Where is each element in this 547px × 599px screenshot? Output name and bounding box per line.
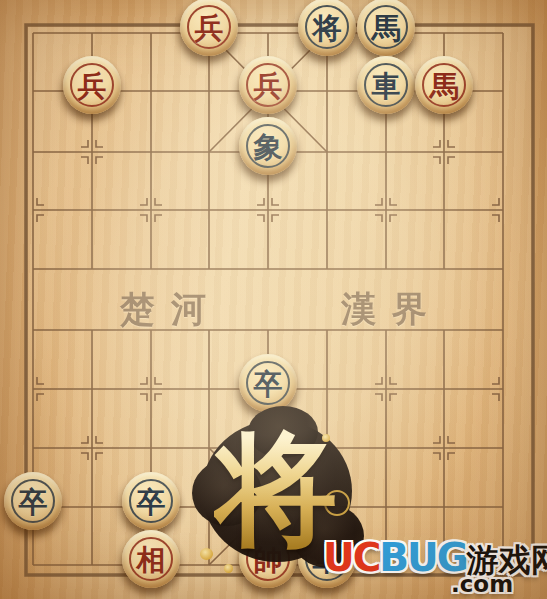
xiangqi-game-screen: 楚河 漢界 兵将馬兵兵車馬象卒卒卒相帥車 将 UCBUG游戏网 .com (0, 0, 547, 599)
piece-red-general[interactable]: 帥 (239, 530, 297, 588)
piece-character: 馬 (430, 72, 459, 101)
piece-character: 卒 (137, 488, 166, 517)
piece-red-soldier[interactable]: 兵 (239, 56, 297, 114)
piece-character: 兵 (254, 72, 283, 101)
piece-character: 車 (372, 72, 401, 101)
piece-character: 卒 (254, 370, 283, 399)
piece-red-horse[interactable]: 馬 (415, 56, 473, 114)
river-label-right: 漢界 (341, 286, 443, 326)
piece-character: 相 (137, 546, 166, 575)
piece-black-chariot[interactable]: 車 (298, 530, 356, 588)
piece-black-general[interactable]: 将 (298, 0, 356, 56)
piece-black-soldier[interactable]: 卒 (122, 472, 180, 530)
piece-character: 象 (254, 133, 283, 162)
piece-red-soldier[interactable]: 兵 (63, 56, 121, 114)
piece-black-elephant[interactable]: 象 (239, 117, 297, 175)
piece-red-soldier[interactable]: 兵 (180, 0, 238, 56)
piece-character: 兵 (195, 14, 224, 43)
piece-black-soldier[interactable]: 卒 (239, 354, 297, 412)
piece-character: 車 (313, 546, 342, 575)
piece-character: 将 (313, 14, 342, 43)
piece-black-soldier[interactable]: 卒 (4, 472, 62, 530)
piece-character: 帥 (254, 546, 283, 575)
river-label-left: 楚河 (120, 286, 222, 326)
piece-character: 馬 (372, 14, 401, 43)
piece-black-horse[interactable]: 馬 (357, 0, 415, 56)
piece-character: 兵 (78, 72, 107, 101)
piece-black-chariot[interactable]: 車 (357, 56, 415, 114)
piece-red-elephant[interactable]: 相 (122, 530, 180, 588)
piece-character: 卒 (19, 488, 48, 517)
